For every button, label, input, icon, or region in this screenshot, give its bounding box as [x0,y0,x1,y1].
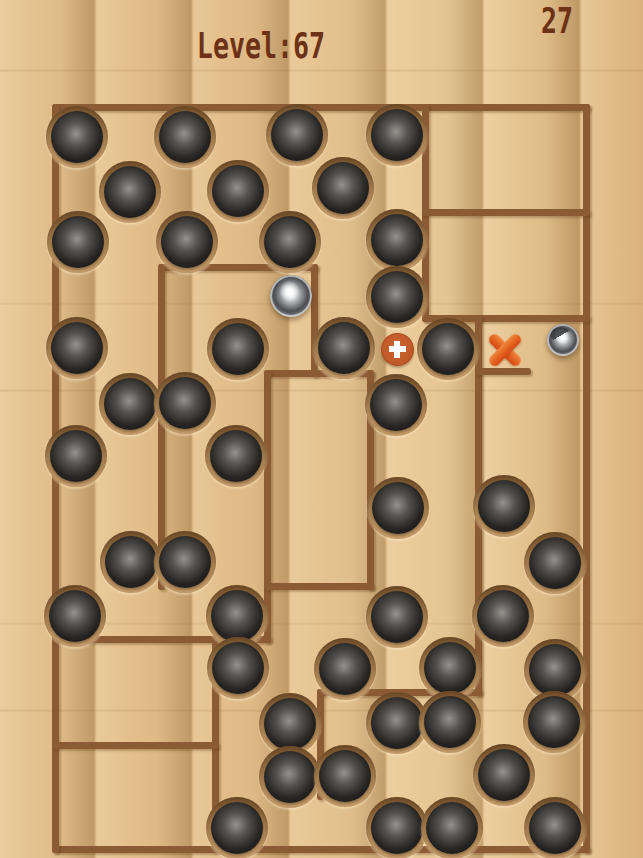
ball-hole [154,531,216,593]
ball-hole [314,745,376,807]
black-ball [529,802,581,854]
black-ball [371,271,423,323]
x-marker-icon[interactable] [486,331,524,369]
black-ball [159,377,211,429]
black-ball [422,323,474,375]
black-ball [370,379,422,431]
black-ball [51,111,103,163]
black-ball [210,430,262,482]
ball-hole [207,318,269,380]
black-ball [51,322,103,374]
black-ball [264,751,316,803]
maze-wall [52,846,590,853]
black-ball [371,109,423,161]
black-ball [372,482,424,534]
black-ball [159,111,211,163]
ball-hole [44,585,106,647]
ball-hole [259,746,321,808]
black-ball [477,590,529,642]
ball-hole [419,691,481,753]
black-ball [212,165,264,217]
ball-hole [259,211,321,273]
ball-hole [99,161,161,223]
ball-hole [366,266,428,328]
maze-wall [475,368,531,375]
black-ball [211,590,263,642]
ball-hole [366,209,428,271]
ball-hole [207,637,269,699]
maze-wall [52,742,219,749]
player-marble[interactable] [270,275,312,317]
plus-button[interactable] [381,333,414,366]
black-ball [211,802,263,854]
maze-wall [422,209,590,216]
black-ball [50,430,102,482]
ball-hole [524,532,586,594]
ball-hole [367,477,429,539]
black-ball [317,162,369,214]
black-ball [271,109,323,161]
ball-hole [156,211,218,273]
black-ball [319,750,371,802]
ball-hole [312,157,374,219]
move-counter: 27 [524,4,591,38]
black-ball [478,480,530,532]
ball-hole [46,106,108,168]
ball-hole [421,797,483,858]
ball-hole [419,637,481,699]
black-ball [212,323,264,375]
ball-hole [366,104,428,166]
ball-hole [366,586,428,648]
black-ball [161,216,213,268]
black-ball [319,643,371,695]
black-ball [52,216,104,268]
ball-hole [524,797,586,858]
black-ball [159,536,211,588]
ball-hole [366,797,428,858]
black-ball [104,166,156,218]
black-ball [371,591,423,643]
ball-hole [154,106,216,168]
black-ball [371,697,423,749]
ball-hole [473,744,535,806]
ball-hole [417,318,479,380]
ball-hole [523,691,585,753]
game-scene: 27 Level:67 [0,0,643,858]
black-ball [426,802,478,854]
ball-hole [154,372,216,434]
ball-hole [473,475,535,537]
ball-hole [45,425,107,487]
black-ball [104,378,156,430]
black-ball [371,802,423,854]
maze-wall [583,104,590,853]
ball-hole [205,425,267,487]
black-ball [212,642,264,694]
maze-wall [264,583,374,590]
ball-hole [47,211,109,273]
ball-hole [100,531,162,593]
black-ball [371,214,423,266]
black-ball [478,749,530,801]
ball-hole [206,797,268,858]
black-ball [529,537,581,589]
ball-hole [266,104,328,166]
level-title: Level:67 [165,29,357,63]
ball-hole [314,638,376,700]
marble-reflection [551,327,571,341]
black-ball [528,696,580,748]
ball-hole [46,317,108,379]
ball-hole [365,374,427,436]
ball-hole [207,160,269,222]
black-ball [264,698,316,750]
silver-marble-right[interactable] [547,324,579,356]
black-ball [264,216,316,268]
black-ball [529,644,581,696]
ball-hole [99,373,161,435]
black-ball [318,322,370,374]
maze-wall [52,104,590,111]
black-ball [424,642,476,694]
black-ball [49,590,101,642]
ball-hole [472,585,534,647]
ball-hole [313,317,375,379]
black-ball [105,536,157,588]
black-ball [424,696,476,748]
